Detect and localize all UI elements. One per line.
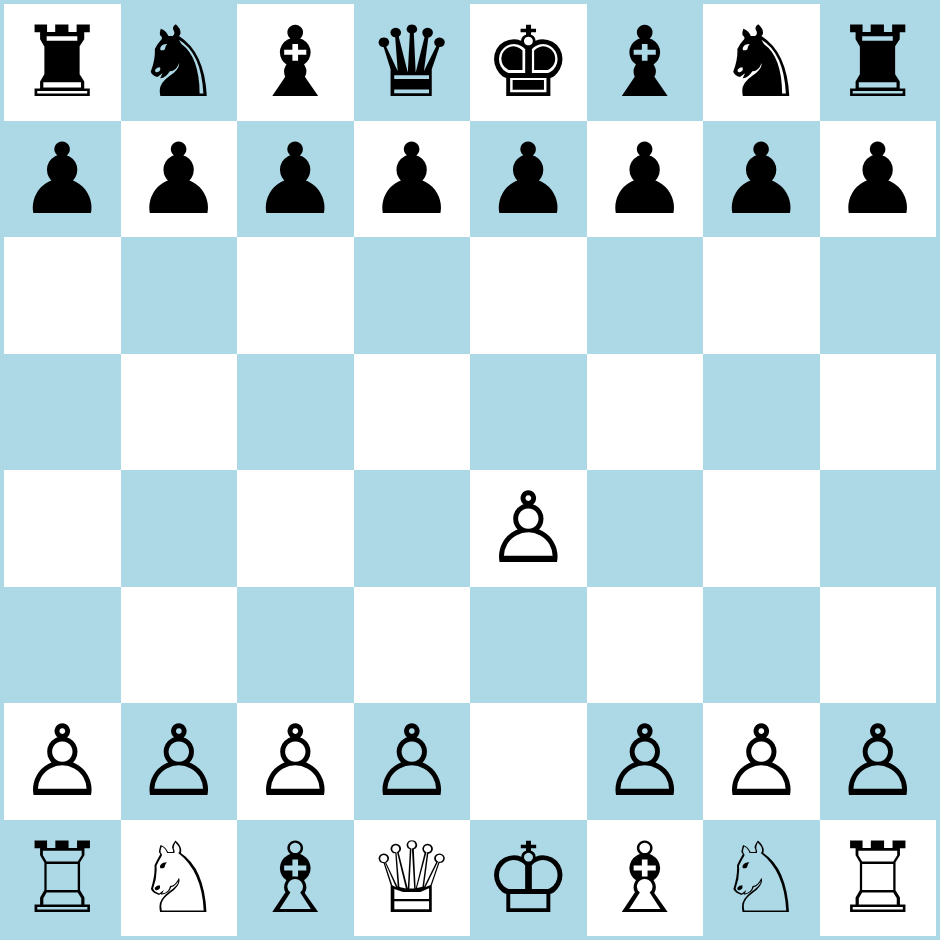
square-g3[interactable] <box>703 587 820 704</box>
square-g4[interactable] <box>703 470 820 587</box>
square-g8[interactable]: ♞ <box>703 4 820 121</box>
square-d8[interactable]: ♛ <box>354 4 471 121</box>
square-g5[interactable] <box>703 354 820 471</box>
piece-black-pawn: ♟ <box>18 130 106 228</box>
square-e5[interactable] <box>470 354 587 471</box>
piece-white-pawn: ♙ <box>717 712 805 810</box>
piece-black-pawn: ♟ <box>368 130 456 228</box>
piece-black-rook: ♜ <box>18 13 106 111</box>
square-e1[interactable]: ♔ <box>470 820 587 937</box>
piece-white-pawn: ♙ <box>484 479 572 577</box>
square-a8[interactable]: ♜ <box>4 4 121 121</box>
piece-black-knight: ♞ <box>135 13 223 111</box>
square-g2[interactable]: ♙ <box>703 703 820 820</box>
square-c5[interactable] <box>237 354 354 471</box>
piece-black-pawn: ♟ <box>135 130 223 228</box>
square-f4[interactable] <box>587 470 704 587</box>
square-h8[interactable]: ♜ <box>820 4 937 121</box>
square-c8[interactable]: ♝ <box>237 4 354 121</box>
piece-white-pawn: ♙ <box>251 712 339 810</box>
square-d3[interactable] <box>354 587 471 704</box>
square-d6[interactable] <box>354 237 471 354</box>
piece-white-bishop: ♗ <box>601 829 689 927</box>
square-a5[interactable] <box>4 354 121 471</box>
square-e6[interactable] <box>470 237 587 354</box>
piece-white-pawn: ♙ <box>834 712 922 810</box>
piece-white-bishop: ♗ <box>251 829 339 927</box>
square-a6[interactable] <box>4 237 121 354</box>
square-h1[interactable]: ♖ <box>820 820 937 937</box>
square-b8[interactable]: ♞ <box>121 4 238 121</box>
piece-black-queen: ♛ <box>368 13 456 111</box>
piece-white-knight: ♘ <box>135 829 223 927</box>
square-a1[interactable]: ♖ <box>4 820 121 937</box>
piece-black-pawn: ♟ <box>717 130 805 228</box>
square-b5[interactable] <box>121 354 238 471</box>
square-e8[interactable]: ♚ <box>470 4 587 121</box>
square-d2[interactable]: ♙ <box>354 703 471 820</box>
square-e2[interactable] <box>470 703 587 820</box>
square-d5[interactable] <box>354 354 471 471</box>
square-h6[interactable] <box>820 237 937 354</box>
square-a2[interactable]: ♙ <box>4 703 121 820</box>
square-h7[interactable]: ♟ <box>820 121 937 238</box>
square-g1[interactable]: ♘ <box>703 820 820 937</box>
piece-white-knight: ♘ <box>717 829 805 927</box>
square-a3[interactable] <box>4 587 121 704</box>
piece-white-pawn: ♙ <box>135 712 223 810</box>
square-b6[interactable] <box>121 237 238 354</box>
square-c4[interactable] <box>237 470 354 587</box>
piece-black-pawn: ♟ <box>484 130 572 228</box>
square-a4[interactable] <box>4 470 121 587</box>
square-h5[interactable] <box>820 354 937 471</box>
square-d1[interactable]: ♕ <box>354 820 471 937</box>
square-d7[interactable]: ♟ <box>354 121 471 238</box>
piece-black-bishop: ♝ <box>251 13 339 111</box>
square-e7[interactable]: ♟ <box>470 121 587 238</box>
square-e3[interactable] <box>470 587 587 704</box>
square-b4[interactable] <box>121 470 238 587</box>
piece-black-king: ♚ <box>484 13 572 111</box>
square-h3[interactable] <box>820 587 937 704</box>
square-b2[interactable]: ♙ <box>121 703 238 820</box>
square-c6[interactable] <box>237 237 354 354</box>
piece-white-rook: ♖ <box>834 829 922 927</box>
square-d4[interactable] <box>354 470 471 587</box>
piece-white-king: ♔ <box>484 829 572 927</box>
square-c1[interactable]: ♗ <box>237 820 354 937</box>
square-h2[interactable]: ♙ <box>820 703 937 820</box>
piece-black-rook: ♜ <box>834 13 922 111</box>
piece-white-rook: ♖ <box>18 829 106 927</box>
piece-white-pawn: ♙ <box>368 712 456 810</box>
square-g7[interactable]: ♟ <box>703 121 820 238</box>
square-b7[interactable]: ♟ <box>121 121 238 238</box>
square-e4[interactable]: ♙ <box>470 470 587 587</box>
square-f8[interactable]: ♝ <box>587 4 704 121</box>
piece-black-pawn: ♟ <box>834 130 922 228</box>
square-b3[interactable] <box>121 587 238 704</box>
square-h4[interactable] <box>820 470 937 587</box>
square-f5[interactable] <box>587 354 704 471</box>
square-f1[interactable]: ♗ <box>587 820 704 937</box>
piece-white-pawn: ♙ <box>18 712 106 810</box>
piece-black-pawn: ♟ <box>601 130 689 228</box>
square-a7[interactable]: ♟ <box>4 121 121 238</box>
square-f7[interactable]: ♟ <box>587 121 704 238</box>
square-c2[interactable]: ♙ <box>237 703 354 820</box>
square-f6[interactable] <box>587 237 704 354</box>
square-f3[interactable] <box>587 587 704 704</box>
piece-white-queen: ♕ <box>368 829 456 927</box>
chess-board: ♜♞♝♛♚♝♞♜♟♟♟♟♟♟♟♟♙♙♙♙♙♙♙♙♖♘♗♕♔♗♘♖ <box>4 4 936 936</box>
square-c3[interactable] <box>237 587 354 704</box>
piece-white-pawn: ♙ <box>601 712 689 810</box>
piece-black-pawn: ♟ <box>251 130 339 228</box>
square-b1[interactable]: ♘ <box>121 820 238 937</box>
piece-black-knight: ♞ <box>717 13 805 111</box>
square-g6[interactable] <box>703 237 820 354</box>
square-c7[interactable]: ♟ <box>237 121 354 238</box>
square-f2[interactable]: ♙ <box>587 703 704 820</box>
piece-black-bishop: ♝ <box>601 13 689 111</box>
